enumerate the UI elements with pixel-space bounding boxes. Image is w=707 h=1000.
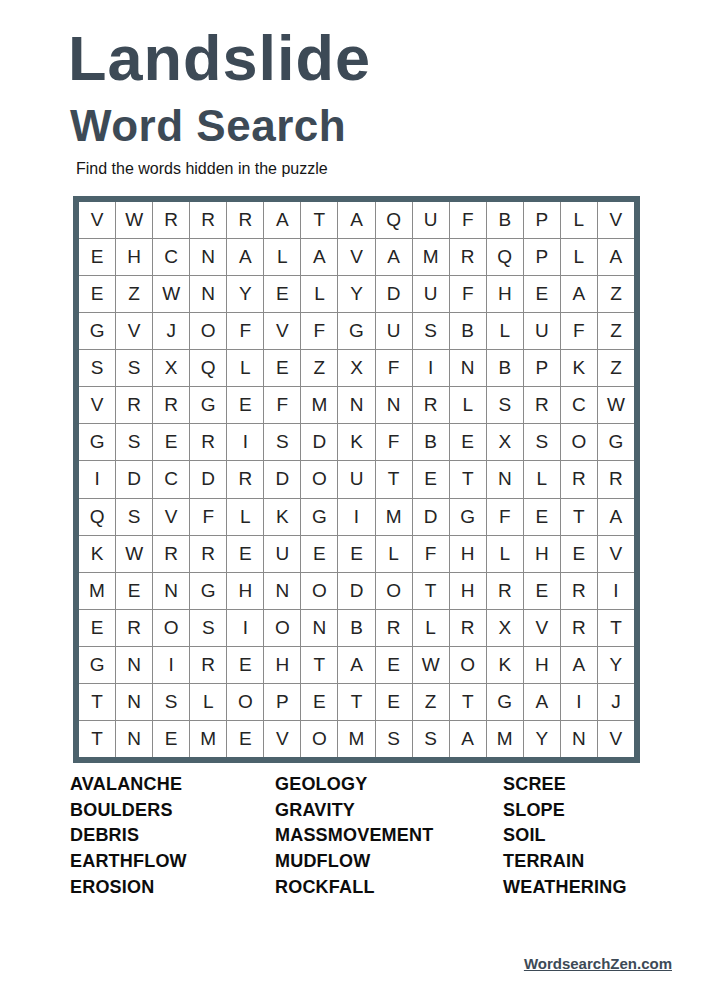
letter-grid: VWRRRATAQUFBPLVEHCNALAVAMRQPLAEZWNYELYDU… (73, 196, 640, 763)
grid-cell: R (561, 573, 597, 609)
grid-cell: W (153, 276, 189, 312)
grid-cell: H (524, 647, 560, 683)
grid-cell: R (561, 610, 597, 646)
grid-cell: D (116, 461, 152, 497)
grid-cell: E (561, 536, 597, 572)
grid-cell: A (227, 239, 263, 275)
grid-cell: E (524, 276, 560, 312)
word-list-item: SOIL (503, 823, 627, 849)
grid-cell: T (450, 684, 486, 720)
grid-cell: E (524, 499, 560, 535)
grid-cell: O (301, 721, 337, 757)
grid-cell: F (376, 424, 412, 460)
grid-cell: A (561, 647, 597, 683)
word-list-item: EARTHFLOW (70, 849, 187, 875)
word-list-column-1: AVALANCHEBOULDERSDEBRISEARTHFLOWEROSION (70, 772, 187, 901)
grid-cell: W (598, 387, 634, 423)
grid-cell: H (487, 276, 523, 312)
grid-cell: B (338, 610, 374, 646)
grid-cell: E (301, 536, 337, 572)
word-list-column-2: GEOLOGYGRAVITYMASSMOVEMENTMUDFLOWROCKFAL… (275, 772, 433, 901)
grid-cell: V (598, 536, 634, 572)
word-list-item: SLOPE (503, 798, 627, 824)
word-list-item: MUDFLOW (275, 849, 433, 875)
grid-cell: P (264, 684, 300, 720)
grid-cell: V (598, 721, 634, 757)
grid-cell: L (264, 239, 300, 275)
grid-cell: M (79, 573, 115, 609)
grid-cell: F (561, 313, 597, 349)
grid-cell: S (116, 424, 152, 460)
grid-cell: P (524, 239, 560, 275)
grid-cell: N (190, 239, 226, 275)
grid-cell: K (338, 424, 374, 460)
grid-cell: R (116, 610, 152, 646)
grid-cell: Y (524, 721, 560, 757)
grid-cell: Z (301, 350, 337, 386)
grid-cell: M (376, 499, 412, 535)
grid-cell: Q (376, 202, 412, 238)
grid-cell: T (598, 610, 634, 646)
footer-link[interactable]: WordsearchZen.com (524, 955, 672, 972)
grid-cell: Z (116, 276, 152, 312)
grid-cell: H (450, 536, 486, 572)
grid-cell: E (79, 276, 115, 312)
grid-cell: M (487, 721, 523, 757)
grid-cell: V (264, 313, 300, 349)
grid-cell: R (413, 387, 449, 423)
grid-cell: I (227, 424, 263, 460)
grid-cell: E (376, 684, 412, 720)
grid-cell: N (116, 721, 152, 757)
grid-cell: E (450, 424, 486, 460)
grid-cell: K (79, 536, 115, 572)
grid-cell: G (598, 424, 634, 460)
grid-cell: H (450, 573, 486, 609)
grid-cell: U (524, 313, 560, 349)
grid-cell: F (413, 536, 449, 572)
grid-cell: R (487, 573, 523, 609)
grid-cell: N (116, 684, 152, 720)
grid-cell: F (487, 499, 523, 535)
grid-cell: B (450, 313, 486, 349)
grid-cell: V (79, 387, 115, 423)
grid-cell: H (524, 536, 560, 572)
grid-cell: L (227, 350, 263, 386)
grid-cell: A (598, 499, 634, 535)
grid-cell: K (487, 647, 523, 683)
grid-cell: N (301, 610, 337, 646)
grid-cell: G (338, 313, 374, 349)
grid-cell: S (116, 350, 152, 386)
grid-cell: R (450, 610, 486, 646)
grid-cell: I (153, 647, 189, 683)
page: Landslide Word Search Find the words hid… (0, 0, 707, 1000)
grid-cell: G (79, 647, 115, 683)
grid-cell: O (264, 610, 300, 646)
grid-cell: G (79, 424, 115, 460)
grid-cell: E (227, 721, 263, 757)
grid-cell: F (227, 313, 263, 349)
grid-cell: L (561, 202, 597, 238)
grid-cell: S (524, 424, 560, 460)
grid-cell: C (561, 387, 597, 423)
grid-cell: F (301, 313, 337, 349)
grid-cell: Q (190, 350, 226, 386)
grid-cell: A (338, 202, 374, 238)
word-list-item: GEOLOGY (275, 772, 433, 798)
grid-cell: E (153, 424, 189, 460)
grid-cell: U (264, 536, 300, 572)
grid-cell: Q (487, 239, 523, 275)
grid-cell: H (264, 647, 300, 683)
grid-cell: V (79, 202, 115, 238)
word-list-item: DEBRIS (70, 823, 187, 849)
grid-cell: D (376, 276, 412, 312)
grid-cell: R (116, 387, 152, 423)
grid-cell: Y (598, 647, 634, 683)
grid-cell: T (301, 647, 337, 683)
grid-cell: E (79, 610, 115, 646)
grid-cell: K (561, 350, 597, 386)
grid-cell: O (301, 573, 337, 609)
grid-cell: O (227, 684, 263, 720)
grid-cell: Y (338, 276, 374, 312)
grid-cell: M (413, 239, 449, 275)
grid-cell: A (598, 239, 634, 275)
grid-cell: D (190, 461, 226, 497)
grid-cell: A (376, 239, 412, 275)
grid-cell: Z (598, 276, 634, 312)
grid-cell: V (116, 313, 152, 349)
grid-cell: W (116, 202, 152, 238)
page-title: Landslide (68, 24, 371, 93)
grid-cell: I (338, 499, 374, 535)
grid-cell: I (413, 350, 449, 386)
grid-cell: O (561, 424, 597, 460)
grid-cell: N (264, 573, 300, 609)
grid-cell: J (598, 684, 634, 720)
grid-cell: N (450, 350, 486, 386)
grid-cell: V (264, 721, 300, 757)
grid-cell: E (376, 647, 412, 683)
grid-cell: S (376, 721, 412, 757)
grid-cell: C (153, 239, 189, 275)
grid-cell: R (450, 239, 486, 275)
grid-cell: E (264, 276, 300, 312)
grid-cell: R (153, 387, 189, 423)
grid-cell: C (153, 461, 189, 497)
grid-cell: T (376, 461, 412, 497)
grid-cell: V (153, 499, 189, 535)
grid-cell: S (153, 684, 189, 720)
tagline: Find the words hidden in the puzzle (76, 160, 328, 178)
grid-cell: L (301, 276, 337, 312)
grid-cell: K (264, 499, 300, 535)
grid-cell: R (227, 202, 263, 238)
grid-cell: O (190, 313, 226, 349)
grid-cell: R (376, 610, 412, 646)
grid-cell: B (413, 424, 449, 460)
grid-cell: R (227, 461, 263, 497)
grid-cell: E (227, 387, 263, 423)
grid-cell: L (413, 610, 449, 646)
grid-cell: G (301, 499, 337, 535)
grid-cell: T (413, 573, 449, 609)
grid-cell: B (487, 350, 523, 386)
grid-cell: T (561, 499, 597, 535)
grid-cell: U (413, 202, 449, 238)
grid-cell: X (338, 350, 374, 386)
grid-cell: R (153, 536, 189, 572)
grid-cell: A (561, 276, 597, 312)
grid-cell: L (487, 313, 523, 349)
grid-cell: X (153, 350, 189, 386)
grid-cell: A (450, 721, 486, 757)
grid-cell: I (79, 461, 115, 497)
grid-cell: I (598, 573, 634, 609)
grid-cell: N (153, 573, 189, 609)
grid-cell: E (264, 350, 300, 386)
grid-cell: R (598, 461, 634, 497)
grid-cell: G (190, 573, 226, 609)
page-subtitle: Word Search (70, 102, 346, 150)
grid-cell: E (79, 239, 115, 275)
grid-cell: E (227, 647, 263, 683)
grid-cell: L (487, 536, 523, 572)
grid-cell: E (413, 461, 449, 497)
grid-cell: N (338, 387, 374, 423)
grid-cell: Z (413, 684, 449, 720)
grid-cell: E (338, 536, 374, 572)
grid-cell: V (598, 202, 634, 238)
grid-cell: Y (227, 276, 263, 312)
grid-cell: E (524, 573, 560, 609)
grid-cell: E (153, 721, 189, 757)
word-list-item: WEATHERING (503, 875, 627, 901)
grid-cell: T (79, 684, 115, 720)
grid-cell: L (227, 499, 263, 535)
grid-cell: V (338, 239, 374, 275)
grid-cell: T (338, 684, 374, 720)
grid-cell: N (116, 647, 152, 683)
grid-cell: S (79, 350, 115, 386)
word-list-item: GRAVITY (275, 798, 433, 824)
grid-cell: T (301, 202, 337, 238)
word-list-column-3: SCREESLOPESOILTERRAINWEATHERING (503, 772, 627, 901)
grid-cell: I (561, 684, 597, 720)
grid-cell: T (79, 721, 115, 757)
grid-cell: F (450, 276, 486, 312)
grid-cell: A (264, 202, 300, 238)
grid-cell: O (450, 647, 486, 683)
grid-cell: Z (598, 313, 634, 349)
grid-cell: G (450, 499, 486, 535)
grid-cell: W (413, 647, 449, 683)
grid-cell: H (227, 573, 263, 609)
grid-cell: S (264, 424, 300, 460)
grid-cell: L (376, 536, 412, 572)
word-list-item: MASSMOVEMENT (275, 823, 433, 849)
grid-cell: N (190, 276, 226, 312)
grid-cell: R (524, 387, 560, 423)
grid-cell: M (190, 721, 226, 757)
word-list-item: ROCKFALL (275, 875, 433, 901)
grid-cell: S (487, 387, 523, 423)
grid-cell: X (487, 610, 523, 646)
grid-cell: D (413, 499, 449, 535)
grid-cell: G (79, 313, 115, 349)
grid-cell: E (301, 684, 337, 720)
grid-cell: D (301, 424, 337, 460)
word-list-item: TERRAIN (503, 849, 627, 875)
grid-cell: A (338, 647, 374, 683)
grid-cell: G (190, 387, 226, 423)
grid-cell: D (338, 573, 374, 609)
grid-cell: U (413, 276, 449, 312)
grid-cell: F (264, 387, 300, 423)
grid-cell: L (450, 387, 486, 423)
grid-cell: N (376, 387, 412, 423)
grid-cell: R (190, 647, 226, 683)
word-list-item: AVALANCHE (70, 772, 187, 798)
grid-cell: F (190, 499, 226, 535)
grid-cell: Z (598, 350, 634, 386)
word-list-item: EROSION (70, 875, 187, 901)
grid-cell: E (116, 573, 152, 609)
grid-cell: F (450, 202, 486, 238)
grid-cell: N (561, 721, 597, 757)
grid-cell: S (190, 610, 226, 646)
grid-cell: A (524, 684, 560, 720)
grid-cell: R (190, 536, 226, 572)
grid-cell: U (376, 313, 412, 349)
grid-cell: J (153, 313, 189, 349)
grid-cell: Q (79, 499, 115, 535)
grid-cell: R (153, 202, 189, 238)
grid-cell: S (413, 721, 449, 757)
grid-cell: L (524, 461, 560, 497)
grid-cell: E (227, 536, 263, 572)
grid-cell: N (487, 461, 523, 497)
word-list-item: BOULDERS (70, 798, 187, 824)
grid-cell: B (487, 202, 523, 238)
grid-cell: H (116, 239, 152, 275)
grid-cell: R (190, 202, 226, 238)
grid-cell: S (116, 499, 152, 535)
grid-cell: G (487, 684, 523, 720)
grid-cell: P (524, 350, 560, 386)
word-list-item: SCREE (503, 772, 627, 798)
grid-cell: V (524, 610, 560, 646)
grid-cell: D (264, 461, 300, 497)
grid-cell: L (190, 684, 226, 720)
grid-cell: X (487, 424, 523, 460)
grid-cell: O (301, 461, 337, 497)
grid-cell: F (376, 350, 412, 386)
grid-cell: O (153, 610, 189, 646)
grid-cell: O (376, 573, 412, 609)
grid-cell: M (338, 721, 374, 757)
grid-cell: S (413, 313, 449, 349)
grid-cell: P (524, 202, 560, 238)
grid-cell: W (116, 536, 152, 572)
grid-cell: A (301, 239, 337, 275)
grid-cell: R (190, 424, 226, 460)
grid-cell: I (227, 610, 263, 646)
grid-cell: T (450, 461, 486, 497)
grid-cell: L (561, 239, 597, 275)
grid-cell: M (301, 387, 337, 423)
grid-cell: R (561, 461, 597, 497)
grid-cell: U (338, 461, 374, 497)
